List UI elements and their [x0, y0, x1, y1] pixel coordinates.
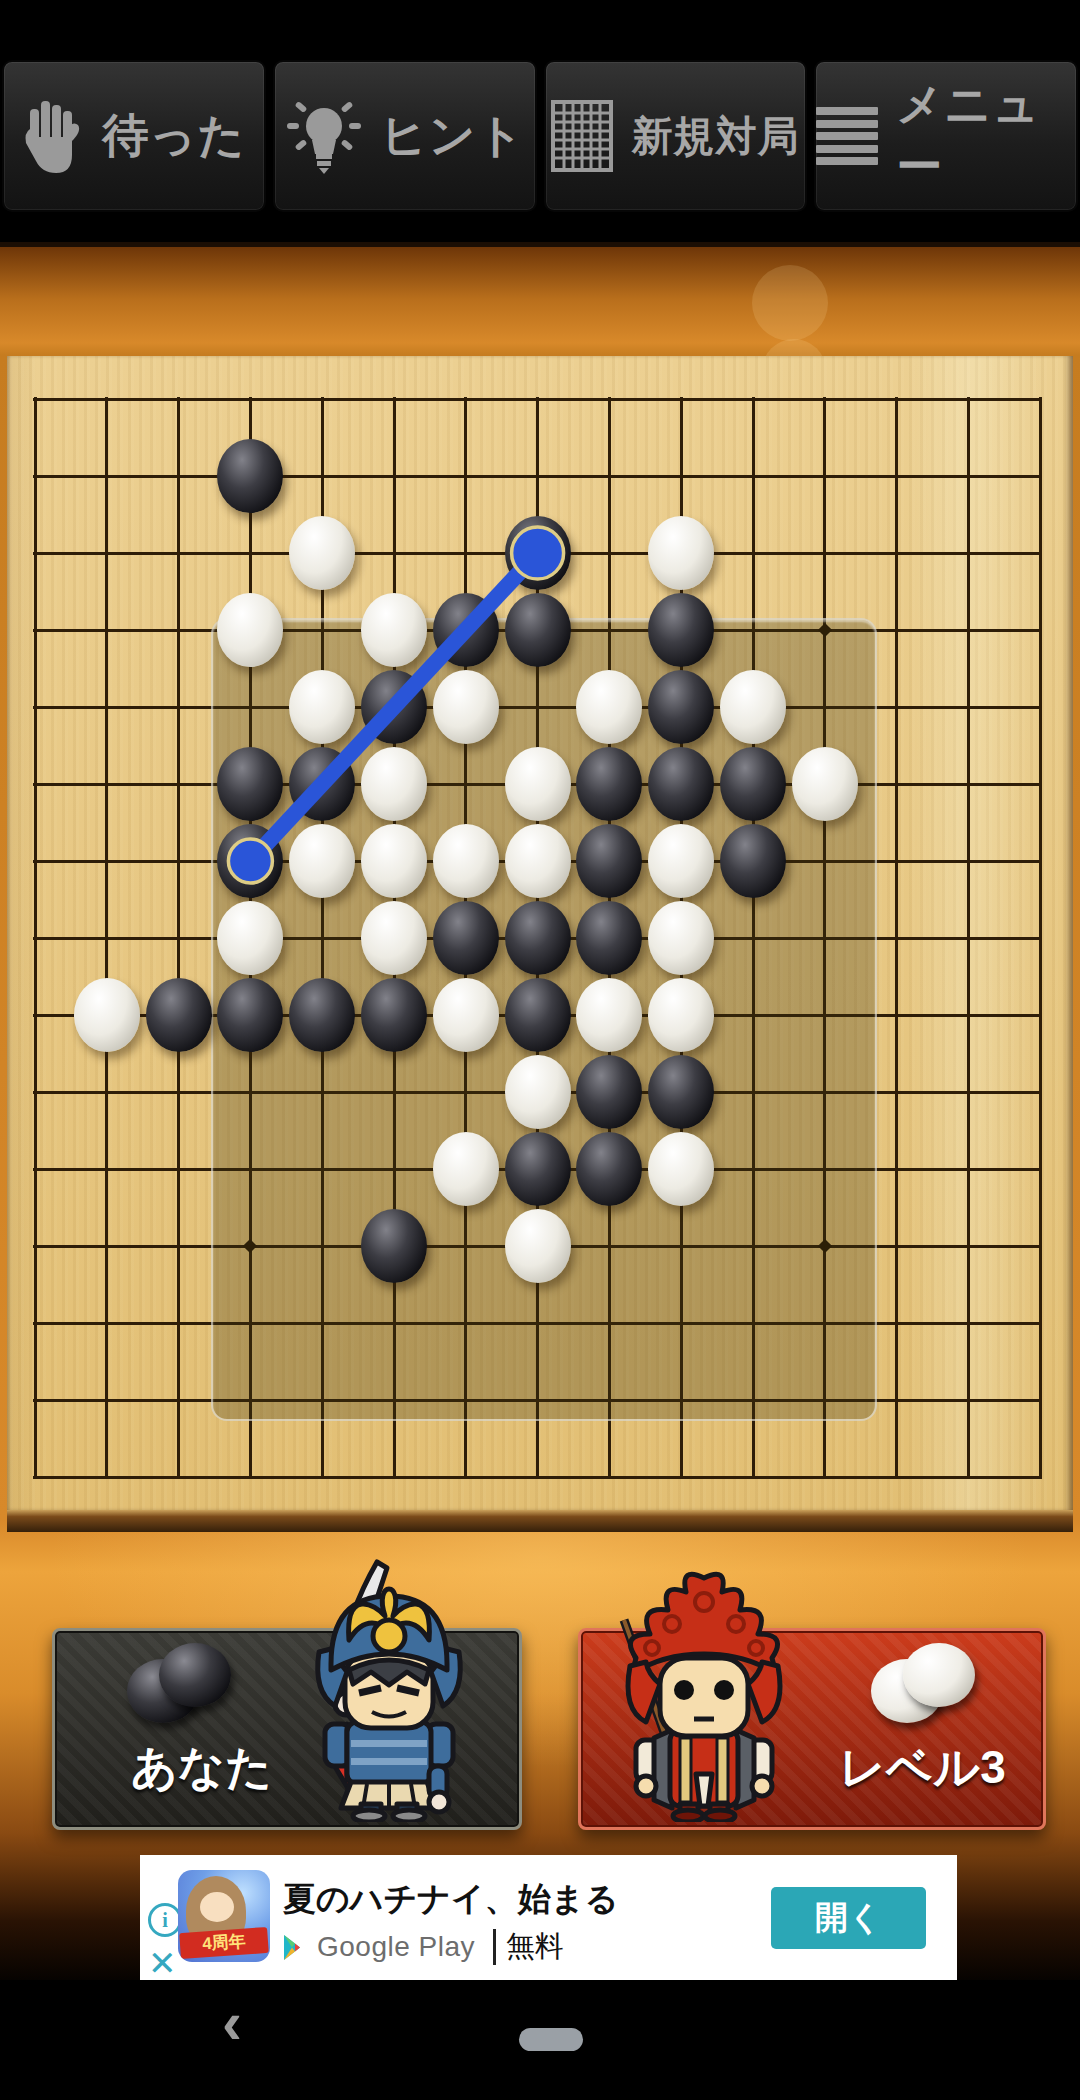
- black-stone-7-10: [505, 1132, 571, 1206]
- white-stone-9-2: [648, 516, 714, 590]
- white-stone-1-8: [74, 978, 140, 1052]
- menu-button[interactable]: メニュー: [814, 60, 1078, 212]
- white-stone-10-4: [720, 670, 786, 744]
- white-stone-6-10: [433, 1132, 499, 1206]
- black-stone-2-8: [146, 978, 212, 1052]
- black-stone-3-6: [217, 824, 283, 898]
- white-stone-7-9: [505, 1055, 571, 1129]
- black-stone-3-8: [217, 978, 283, 1052]
- hint-label: ヒント: [381, 105, 525, 167]
- white-stone-9-10: [648, 1132, 714, 1206]
- white-stone-5-5: [361, 747, 427, 821]
- black-stone-7-7: [505, 901, 571, 975]
- ad-art-face: [200, 1892, 234, 1922]
- lightbulb-icon: [285, 96, 363, 176]
- white-stone-5-7: [361, 901, 427, 975]
- ad-title[interactable]: 夏のハチナイ、始まる: [283, 1877, 618, 1922]
- undo-label: 待った: [102, 105, 245, 167]
- hint-button[interactable]: ヒント: [273, 60, 537, 212]
- ad-store-row: Google Play 無料: [283, 1927, 564, 1967]
- samurai-avatar-black-player: [289, 1552, 489, 1822]
- go-board[interactable]: [7, 356, 1073, 1532]
- grid-line-vertical: [967, 397, 970, 1479]
- black-stone-8-7: [576, 901, 642, 975]
- white-stone-3-3: [217, 593, 283, 667]
- black-stone-8-9: [576, 1055, 642, 1129]
- ad-store-name: Google Play: [317, 1931, 475, 1963]
- toolbar: 待った: [0, 0, 1080, 242]
- black-stone-6-7: [433, 901, 499, 975]
- grid-line-vertical: [895, 397, 898, 1479]
- toolbar-buttons: 待った: [0, 60, 1080, 212]
- white-stone-9-6: [648, 824, 714, 898]
- google-play-icon: [283, 1934, 307, 1961]
- white-stone-tray: [903, 1643, 975, 1707]
- black-stone-3-1: [217, 439, 283, 513]
- android-navbar: ‹: [0, 1980, 1080, 2100]
- white-stone-7-6: [505, 824, 571, 898]
- ad-badge: 4周年: [179, 1927, 269, 1959]
- white-stone-5-3: [361, 593, 427, 667]
- black-stone-9-3: [648, 593, 714, 667]
- black-stone-7-2: [505, 516, 571, 590]
- black-stone-5-11: [361, 1209, 427, 1283]
- nav-back-icon[interactable]: ‹: [222, 1988, 242, 2057]
- ad-info-icon[interactable]: i: [148, 1903, 182, 1937]
- black-stone-4-5: [289, 747, 355, 821]
- ad-close-icon[interactable]: ✕: [148, 1943, 177, 1983]
- player-black-name: あなた: [131, 1737, 272, 1799]
- ad-thumbnail[interactable]: 4周年: [178, 1870, 270, 1962]
- black-stone-7-8: [505, 978, 571, 1052]
- white-stone-9-7: [648, 901, 714, 975]
- black-stone-9-9: [648, 1055, 714, 1129]
- app-screen: { "game": "go", "toolbar": { "buttons": …: [0, 0, 1080, 2100]
- white-stone-7-11: [505, 1209, 571, 1283]
- black-stone-9-5: [648, 747, 714, 821]
- undo-button[interactable]: 待った: [2, 60, 266, 212]
- white-stone-4-6: [289, 824, 355, 898]
- board-bottom-rim: [7, 1510, 1073, 1532]
- white-stone-8-8: [576, 978, 642, 1052]
- black-stone-5-8: [361, 978, 427, 1052]
- new-game-label: 新規対局: [631, 109, 799, 164]
- white-stone-8-4: [576, 670, 642, 744]
- player-white-name: レベル3: [839, 1737, 1006, 1799]
- black-stone-9-4: [648, 670, 714, 744]
- ad-banner[interactable]: i ✕ 4周年 夏のハチナイ、始まる Google Play 無料 開く: [140, 1855, 957, 1980]
- menu-label: メニュー: [896, 74, 1076, 198]
- grid-line-vertical: [1039, 397, 1042, 1479]
- hand-icon: [22, 97, 84, 175]
- black-stone-7-3: [505, 593, 571, 667]
- white-stone-4-2: [289, 516, 355, 590]
- black-stone-5-4: [361, 670, 427, 744]
- ad-open-button[interactable]: 開く: [771, 1887, 926, 1949]
- white-stone-6-8: [433, 978, 499, 1052]
- white-stone-4-4: [289, 670, 355, 744]
- nav-home-pill[interactable]: [519, 2028, 583, 2051]
- white-stone-3-7: [217, 901, 283, 975]
- samurai-avatar-white-player: [596, 1562, 812, 1822]
- ad-price: 無料: [506, 1927, 564, 1967]
- black-stone-3-5: [217, 747, 283, 821]
- white-stone-9-8: [648, 978, 714, 1052]
- black-stone-6-3: [433, 593, 499, 667]
- new-game-button[interactable]: 新規対局: [544, 60, 808, 212]
- black-stone-8-10: [576, 1132, 642, 1206]
- white-stone-11-5: [792, 747, 858, 821]
- ad-separator: [493, 1929, 496, 1965]
- board-grid-icon: [551, 100, 613, 172]
- black-stone-8-6: [576, 824, 642, 898]
- white-stone-7-5: [505, 747, 571, 821]
- grid-line-horizontal: [33, 1476, 1042, 1479]
- black-stone-10-6: [720, 824, 786, 898]
- black-stone-tray: [159, 1643, 231, 1707]
- white-stone-5-6: [361, 824, 427, 898]
- white-stone-6-4: [433, 670, 499, 744]
- black-stone-4-8: [289, 978, 355, 1052]
- white-stone-6-6: [433, 824, 499, 898]
- hamburger-icon: [816, 107, 878, 165]
- bokeh-glow: [752, 265, 828, 341]
- black-stone-10-5: [720, 747, 786, 821]
- black-stone-8-5: [576, 747, 642, 821]
